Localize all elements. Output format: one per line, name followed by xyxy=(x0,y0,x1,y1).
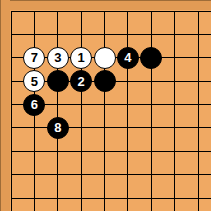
intersection xyxy=(69,116,92,139)
intersection xyxy=(163,210,186,211)
black-stone xyxy=(140,47,162,69)
intersection xyxy=(163,69,186,92)
intersection xyxy=(186,46,209,69)
intersection: 8 xyxy=(46,116,69,139)
intersection xyxy=(116,186,139,209)
intersection xyxy=(186,69,209,92)
intersection xyxy=(93,186,116,209)
go-board: 73145268 xyxy=(0,0,211,211)
intersection xyxy=(69,140,92,163)
white-stone: 7 xyxy=(23,47,45,69)
intersection xyxy=(140,116,163,139)
intersection xyxy=(210,186,211,209)
intersection: 3 xyxy=(46,46,69,69)
intersection xyxy=(93,140,116,163)
intersection xyxy=(186,23,209,46)
intersection xyxy=(46,186,69,209)
intersection xyxy=(93,69,116,92)
intersection xyxy=(93,163,116,186)
intersection xyxy=(93,116,116,139)
intersection xyxy=(210,210,211,211)
intersection xyxy=(93,46,116,69)
intersection xyxy=(69,163,92,186)
intersection: 7 xyxy=(23,46,46,69)
intersection xyxy=(210,116,211,139)
black-stone: 4 xyxy=(117,47,139,69)
intersection xyxy=(69,93,92,116)
intersection xyxy=(140,163,163,186)
intersection xyxy=(46,210,69,211)
intersection xyxy=(140,93,163,116)
intersection xyxy=(210,140,211,163)
move-number: 2 xyxy=(78,75,85,88)
intersection xyxy=(116,69,139,92)
white-stone xyxy=(94,47,116,69)
intersection xyxy=(116,140,139,163)
intersection xyxy=(69,186,92,209)
intersection xyxy=(210,93,211,116)
intersection xyxy=(210,163,211,186)
intersection xyxy=(93,93,116,116)
intersection xyxy=(69,210,92,211)
move-number: 5 xyxy=(31,75,38,88)
board-left-margin xyxy=(0,0,10,211)
black-stone: 8 xyxy=(47,117,69,139)
white-stone: 1 xyxy=(70,47,92,69)
black-stone xyxy=(47,70,69,92)
intersection xyxy=(116,163,139,186)
intersection xyxy=(23,186,46,209)
board-top-margin xyxy=(0,0,211,10)
intersection xyxy=(46,69,69,92)
intersection xyxy=(69,23,92,46)
black-stone xyxy=(94,70,116,92)
intersection: 4 xyxy=(116,46,139,69)
intersection xyxy=(163,116,186,139)
go-diagram: 73145268 xyxy=(0,0,211,211)
intersection xyxy=(93,210,116,211)
intersection xyxy=(210,69,211,92)
intersection: 1 xyxy=(69,46,92,69)
intersection: 2 xyxy=(69,69,92,92)
intersection xyxy=(186,93,209,116)
intersection xyxy=(163,23,186,46)
intersection xyxy=(140,210,163,211)
intersection: 5 xyxy=(23,69,46,92)
black-stone: 6 xyxy=(23,94,45,116)
intersection xyxy=(46,163,69,186)
intersection xyxy=(23,116,46,139)
move-number: 3 xyxy=(54,51,61,64)
intersection xyxy=(23,140,46,163)
white-stone: 3 xyxy=(47,47,69,69)
intersection xyxy=(116,23,139,46)
intersection xyxy=(186,116,209,139)
move-number: 4 xyxy=(124,51,131,64)
intersection xyxy=(46,140,69,163)
intersection xyxy=(116,116,139,139)
intersection xyxy=(140,69,163,92)
intersection xyxy=(140,186,163,209)
intersection xyxy=(186,163,209,186)
intersection xyxy=(23,210,46,211)
move-number: 1 xyxy=(78,51,85,64)
intersection xyxy=(140,140,163,163)
black-stone: 2 xyxy=(70,70,92,92)
white-stone: 5 xyxy=(23,70,45,92)
intersection xyxy=(46,93,69,116)
intersection xyxy=(23,163,46,186)
intersection xyxy=(46,23,69,46)
intersection xyxy=(210,23,211,46)
intersection xyxy=(93,23,116,46)
intersection xyxy=(23,23,46,46)
move-number: 7 xyxy=(31,51,38,64)
intersection xyxy=(163,163,186,186)
intersection xyxy=(163,140,186,163)
intersection xyxy=(116,93,139,116)
intersection xyxy=(163,46,186,69)
move-number: 6 xyxy=(31,98,38,111)
intersection xyxy=(116,210,139,211)
intersection xyxy=(186,140,209,163)
intersection xyxy=(163,93,186,116)
intersection xyxy=(210,46,211,69)
intersection xyxy=(163,186,186,209)
intersection xyxy=(186,186,209,209)
intersection xyxy=(186,210,209,211)
intersection xyxy=(140,46,163,69)
move-number: 8 xyxy=(54,121,61,134)
intersection xyxy=(140,23,163,46)
intersection: 6 xyxy=(23,93,46,116)
